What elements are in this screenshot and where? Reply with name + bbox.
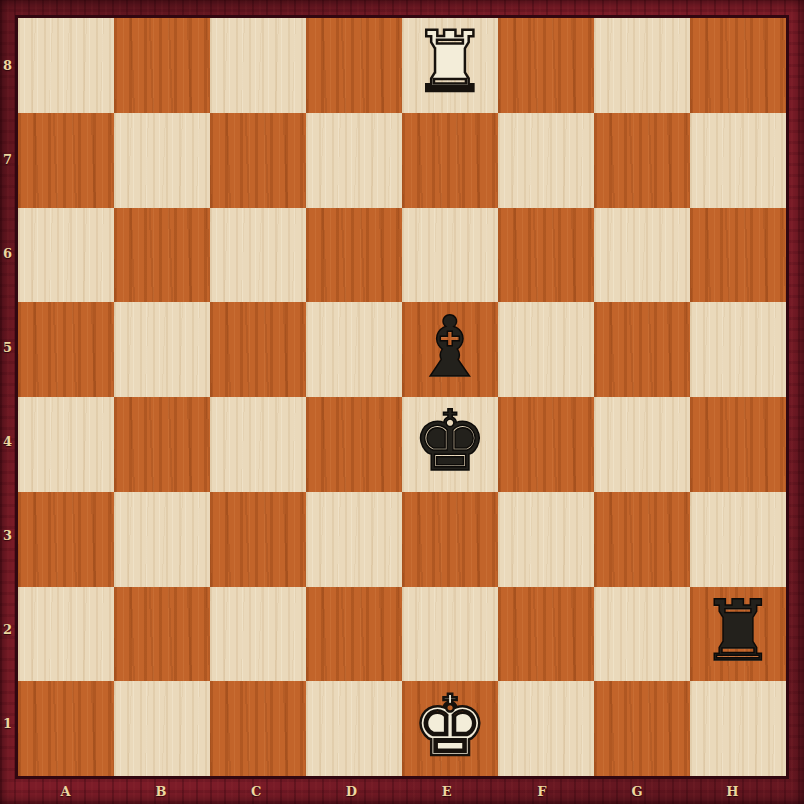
square-d3[interactable] xyxy=(306,492,402,587)
square-b6[interactable] xyxy=(114,208,210,303)
square-c8[interactable] xyxy=(210,18,306,113)
file-label-e: E xyxy=(399,779,494,804)
file-label-d: D xyxy=(304,779,399,804)
square-g6[interactable] xyxy=(594,208,690,303)
square-f5[interactable] xyxy=(498,302,594,397)
square-d6[interactable] xyxy=(306,208,402,303)
square-b2[interactable] xyxy=(114,587,210,682)
square-c3[interactable] xyxy=(210,492,306,587)
square-e8[interactable]: ♜ xyxy=(402,18,498,113)
rank-label-4: 4 xyxy=(0,394,15,488)
square-d5[interactable] xyxy=(306,302,402,397)
square-g1[interactable] xyxy=(594,681,690,776)
square-b8[interactable] xyxy=(114,18,210,113)
square-c5[interactable] xyxy=(210,302,306,397)
square-f8[interactable] xyxy=(498,18,594,113)
rank-label-1: 1 xyxy=(0,676,15,770)
chess-board: ♜♝♚♜♚ xyxy=(15,15,789,779)
square-b5[interactable] xyxy=(114,302,210,397)
square-e4[interactable]: ♚ xyxy=(402,397,498,492)
square-b3[interactable] xyxy=(114,492,210,587)
square-h4[interactable] xyxy=(690,397,786,492)
square-a4[interactable] xyxy=(18,397,114,492)
square-a5[interactable] xyxy=(18,302,114,397)
file-label-a: A xyxy=(18,779,113,804)
piece-white-rook-e8[interactable]: ♜ xyxy=(412,20,487,104)
file-labels: ABCDEFGH xyxy=(18,779,780,804)
rank-label-6: 6 xyxy=(0,206,15,300)
piece-black-king-e4[interactable]: ♚ xyxy=(412,399,487,483)
square-a2[interactable] xyxy=(18,587,114,682)
square-c4[interactable] xyxy=(210,397,306,492)
square-e3[interactable] xyxy=(402,492,498,587)
square-e7[interactable] xyxy=(402,113,498,208)
square-e2[interactable] xyxy=(402,587,498,682)
piece-black-bishop-e5[interactable]: ♝ xyxy=(412,305,487,389)
square-a8[interactable] xyxy=(18,18,114,113)
square-a7[interactable] xyxy=(18,113,114,208)
square-d4[interactable] xyxy=(306,397,402,492)
square-a1[interactable] xyxy=(18,681,114,776)
square-f1[interactable] xyxy=(498,681,594,776)
square-h8[interactable] xyxy=(690,18,786,113)
file-label-f: F xyxy=(494,779,589,804)
square-g5[interactable] xyxy=(594,302,690,397)
square-h7[interactable] xyxy=(690,113,786,208)
square-b7[interactable] xyxy=(114,113,210,208)
square-d8[interactable] xyxy=(306,18,402,113)
rank-label-3: 3 xyxy=(0,488,15,582)
square-d2[interactable] xyxy=(306,587,402,682)
square-f2[interactable] xyxy=(498,587,594,682)
square-g8[interactable] xyxy=(594,18,690,113)
chess-diagram: 87654321 ABCDEFGH ♜♝♚♜♚ xyxy=(0,0,804,804)
rank-label-2: 2 xyxy=(0,582,15,676)
square-h6[interactable] xyxy=(690,208,786,303)
piece-white-king-e1[interactable]: ♚ xyxy=(412,684,487,768)
square-b4[interactable] xyxy=(114,397,210,492)
square-g3[interactable] xyxy=(594,492,690,587)
square-f4[interactable] xyxy=(498,397,594,492)
square-e1[interactable]: ♚ xyxy=(402,681,498,776)
square-f7[interactable] xyxy=(498,113,594,208)
square-d7[interactable] xyxy=(306,113,402,208)
square-h1[interactable] xyxy=(690,681,786,776)
file-label-c: C xyxy=(209,779,304,804)
square-b1[interactable] xyxy=(114,681,210,776)
square-d1[interactable] xyxy=(306,681,402,776)
square-e6[interactable] xyxy=(402,208,498,303)
square-c6[interactable] xyxy=(210,208,306,303)
square-c7[interactable] xyxy=(210,113,306,208)
square-a6[interactable] xyxy=(18,208,114,303)
square-h2[interactable]: ♜ xyxy=(690,587,786,682)
rank-label-7: 7 xyxy=(0,112,15,206)
file-label-h: H xyxy=(685,779,780,804)
file-label-g: G xyxy=(590,779,685,804)
rank-label-8: 8 xyxy=(0,18,15,112)
square-g4[interactable] xyxy=(594,397,690,492)
piece-black-rook-h2[interactable]: ♜ xyxy=(700,589,775,673)
square-a3[interactable] xyxy=(18,492,114,587)
rank-labels: 87654321 xyxy=(0,18,15,770)
square-e5[interactable]: ♝ xyxy=(402,302,498,397)
square-c2[interactable] xyxy=(210,587,306,682)
square-g2[interactable] xyxy=(594,587,690,682)
square-g7[interactable] xyxy=(594,113,690,208)
square-c1[interactable] xyxy=(210,681,306,776)
square-h3[interactable] xyxy=(690,492,786,587)
square-f6[interactable] xyxy=(498,208,594,303)
square-h5[interactable] xyxy=(690,302,786,397)
file-label-b: B xyxy=(113,779,208,804)
rank-label-5: 5 xyxy=(0,300,15,394)
square-f3[interactable] xyxy=(498,492,594,587)
